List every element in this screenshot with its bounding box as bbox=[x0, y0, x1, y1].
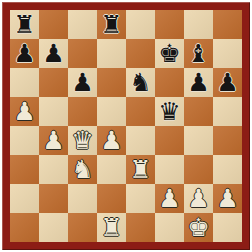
square-f4[interactable] bbox=[155, 126, 184, 155]
piece-black-rook-d8: ♜ bbox=[97, 10, 126, 39]
square-c8[interactable] bbox=[68, 10, 97, 39]
square-f7[interactable]: ♚ bbox=[155, 39, 184, 68]
square-d4[interactable]: ♟ bbox=[97, 126, 126, 155]
square-h4[interactable] bbox=[213, 126, 242, 155]
piece-white-pawn-a5: ♟ bbox=[10, 97, 39, 126]
square-d2[interactable] bbox=[97, 184, 126, 213]
square-c1[interactable] bbox=[68, 213, 97, 242]
square-e6[interactable]: ♞ bbox=[126, 68, 155, 97]
piece-white-pawn-b4: ♟ bbox=[39, 126, 68, 155]
square-b8[interactable] bbox=[39, 10, 68, 39]
square-b2[interactable] bbox=[39, 184, 68, 213]
square-h8[interactable] bbox=[213, 10, 242, 39]
square-d7[interactable] bbox=[97, 39, 126, 68]
square-f5[interactable]: ♛ bbox=[155, 97, 184, 126]
square-f6[interactable] bbox=[155, 68, 184, 97]
square-b6[interactable] bbox=[39, 68, 68, 97]
square-b7[interactable]: ♟ bbox=[39, 39, 68, 68]
square-g3[interactable] bbox=[184, 155, 213, 184]
square-c7[interactable] bbox=[68, 39, 97, 68]
square-h7[interactable] bbox=[213, 39, 242, 68]
square-g4[interactable] bbox=[184, 126, 213, 155]
square-d6[interactable] bbox=[97, 68, 126, 97]
square-e7[interactable] bbox=[126, 39, 155, 68]
square-f1[interactable] bbox=[155, 213, 184, 242]
square-d5[interactable] bbox=[97, 97, 126, 126]
square-a4[interactable] bbox=[10, 126, 39, 155]
square-e5[interactable] bbox=[126, 97, 155, 126]
piece-white-pawn-h2: ♟ bbox=[213, 184, 242, 213]
piece-white-pawn-d4: ♟ bbox=[97, 126, 126, 155]
square-h6[interactable]: ♟ bbox=[213, 68, 242, 97]
square-a6[interactable] bbox=[10, 68, 39, 97]
square-a3[interactable] bbox=[10, 155, 39, 184]
square-e4[interactable] bbox=[126, 126, 155, 155]
square-h3[interactable] bbox=[213, 155, 242, 184]
square-f8[interactable] bbox=[155, 10, 184, 39]
square-a1[interactable] bbox=[10, 213, 39, 242]
chess-board: ♜♜♟♟♚♝♟♞♟♟♟♛♟♛♟♞♜♟♟♟♜♚ bbox=[10, 10, 242, 242]
square-d8[interactable]: ♜ bbox=[97, 10, 126, 39]
square-f3[interactable] bbox=[155, 155, 184, 184]
square-g6[interactable]: ♟ bbox=[184, 68, 213, 97]
square-g5[interactable] bbox=[184, 97, 213, 126]
piece-white-pawn-g2: ♟ bbox=[184, 184, 213, 213]
piece-black-pawn-a7: ♟ bbox=[10, 39, 39, 68]
square-e2[interactable] bbox=[126, 184, 155, 213]
square-f2[interactable]: ♟ bbox=[155, 184, 184, 213]
piece-white-king-g1: ♚ bbox=[184, 213, 213, 242]
square-b3[interactable] bbox=[39, 155, 68, 184]
square-e3[interactable]: ♜ bbox=[126, 155, 155, 184]
board-border: ♜♜♟♟♚♝♟♞♟♟♟♛♟♛♟♞♜♟♟♟♜♚ bbox=[2, 2, 250, 250]
piece-black-rook-a8: ♜ bbox=[10, 10, 39, 39]
square-g1[interactable]: ♚ bbox=[184, 213, 213, 242]
piece-white-queen-c4: ♛ bbox=[68, 126, 97, 155]
square-b4[interactable]: ♟ bbox=[39, 126, 68, 155]
square-h2[interactable]: ♟ bbox=[213, 184, 242, 213]
square-e1[interactable] bbox=[126, 213, 155, 242]
square-b1[interactable] bbox=[39, 213, 68, 242]
square-d1[interactable]: ♜ bbox=[97, 213, 126, 242]
piece-white-pawn-f2: ♟ bbox=[155, 184, 184, 213]
square-g7[interactable]: ♝ bbox=[184, 39, 213, 68]
square-d3[interactable] bbox=[97, 155, 126, 184]
chess-diagram: ♜♜♟♟♚♝♟♞♟♟♟♛♟♛♟♞♜♟♟♟♜♚ bbox=[0, 0, 252, 252]
square-a2[interactable] bbox=[10, 184, 39, 213]
square-b5[interactable] bbox=[39, 97, 68, 126]
square-c6[interactable]: ♟ bbox=[68, 68, 97, 97]
square-h5[interactable] bbox=[213, 97, 242, 126]
square-c5[interactable] bbox=[68, 97, 97, 126]
square-c3[interactable]: ♞ bbox=[68, 155, 97, 184]
square-g2[interactable]: ♟ bbox=[184, 184, 213, 213]
square-h1[interactable] bbox=[213, 213, 242, 242]
piece-black-king-f7: ♚ bbox=[155, 39, 184, 68]
piece-black-pawn-b7: ♟ bbox=[39, 39, 68, 68]
piece-white-knight-c3: ♞ bbox=[68, 155, 97, 184]
piece-white-rook-e3: ♜ bbox=[126, 155, 155, 184]
piece-black-pawn-g6: ♟ bbox=[184, 68, 213, 97]
piece-black-queen-f5: ♛ bbox=[155, 97, 184, 126]
square-a7[interactable]: ♟ bbox=[10, 39, 39, 68]
piece-black-pawn-c6: ♟ bbox=[68, 68, 97, 97]
square-c2[interactable] bbox=[68, 184, 97, 213]
piece-white-rook-d1: ♜ bbox=[97, 213, 126, 242]
square-a5[interactable]: ♟ bbox=[10, 97, 39, 126]
piece-black-bishop-g7: ♝ bbox=[184, 39, 213, 68]
square-e8[interactable] bbox=[126, 10, 155, 39]
square-g8[interactable] bbox=[184, 10, 213, 39]
square-a8[interactable]: ♜ bbox=[10, 10, 39, 39]
piece-black-knight-e6: ♞ bbox=[126, 68, 155, 97]
square-c4[interactable]: ♛ bbox=[68, 126, 97, 155]
piece-black-pawn-h6: ♟ bbox=[213, 68, 242, 97]
